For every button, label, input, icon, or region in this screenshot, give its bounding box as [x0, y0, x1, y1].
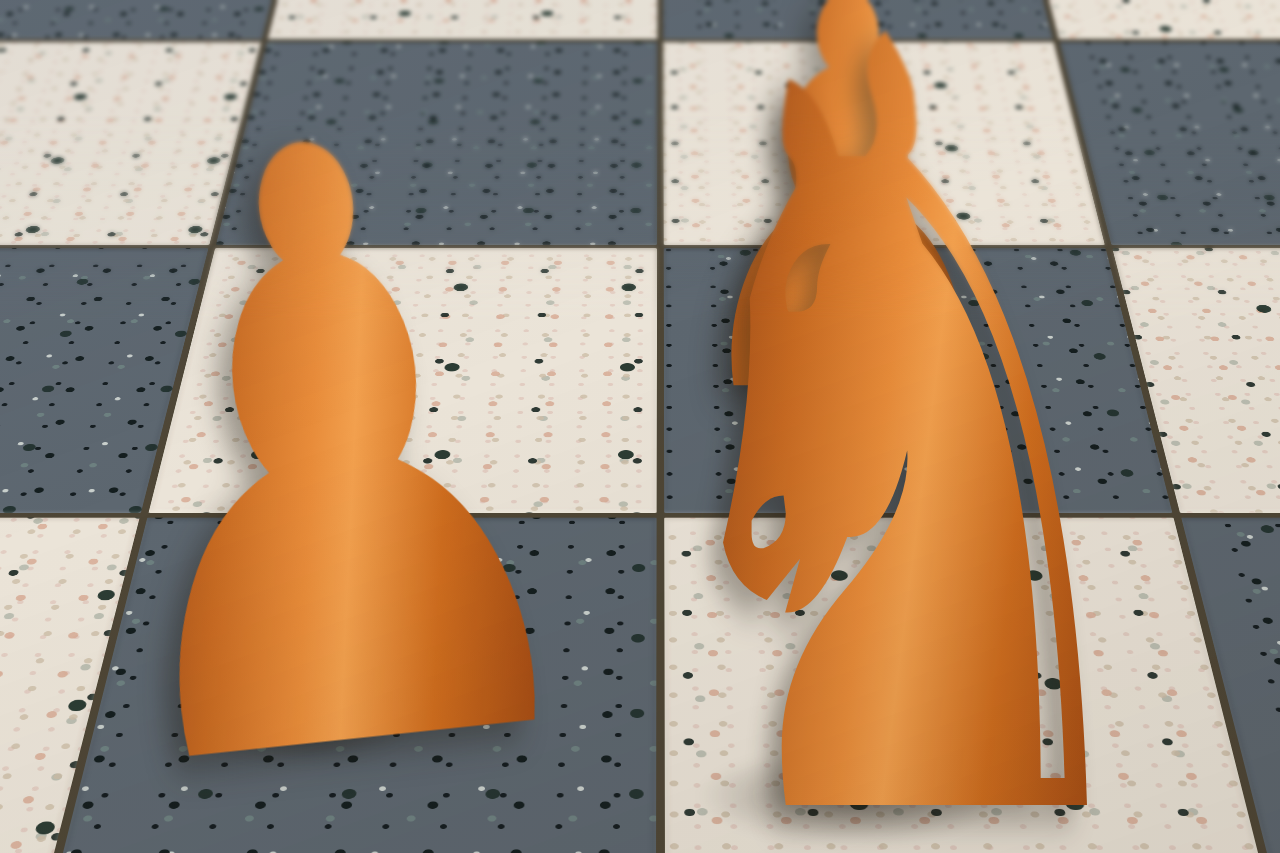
white-pawn-d4[interactable]: ♟ [0, 16, 669, 853]
white-knight-e4[interactable]: ♞ [587, 0, 1223, 853]
knight-glyph: ♞ [620, 0, 1190, 853]
photo-scene: ♟ ♟ ♞ [0, 0, 1280, 853]
pawn-glyph: ♟ [19, 0, 645, 853]
